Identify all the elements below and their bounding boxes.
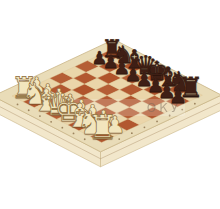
watermark: ОКУ bbox=[50, 99, 185, 116]
frame-pin bbox=[17, 104, 19, 106]
frame-pin bbox=[144, 126, 146, 128]
frame-pin bbox=[39, 115, 41, 117]
chess-set-photo: ОКУ ♜♞♝♛♚♝♞♜♟♟♟♟♟♟♟♟♟♟♟♟♟♟♟♟♜♞♝♛♚♝♞♜ bbox=[0, 0, 220, 209]
frame-pin bbox=[156, 121, 158, 123]
frame-pin bbox=[84, 138, 86, 140]
frame-pin bbox=[118, 138, 120, 140]
frame-pin bbox=[73, 133, 75, 135]
frame-pin bbox=[28, 109, 30, 111]
frame-pin bbox=[194, 103, 196, 105]
frame-pin bbox=[61, 127, 63, 129]
frame-pin bbox=[50, 121, 52, 123]
frame-pin bbox=[131, 132, 133, 134]
